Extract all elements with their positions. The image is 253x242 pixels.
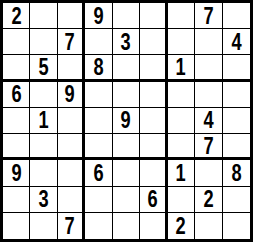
cell-r9c5[interactable] (113, 213, 140, 239)
cell-r1c4[interactable]: 9 (85, 3, 112, 29)
cell-r4c5[interactable] (113, 82, 140, 108)
cell-r2c6[interactable] (140, 29, 167, 55)
given-digit: 9 (93, 4, 103, 28)
cell-r3c3[interactable] (58, 55, 85, 81)
given-digit: 8 (231, 161, 241, 185)
cell-r3c8[interactable] (195, 55, 222, 81)
given-digit: 2 (11, 4, 21, 28)
cell-r2c8[interactable] (195, 29, 222, 55)
cell-r9c2[interactable] (30, 213, 57, 239)
cell-r5c2[interactable]: 1 (30, 108, 57, 134)
cell-r8c6[interactable]: 6 (140, 187, 167, 213)
cell-r6c7[interactable] (168, 134, 195, 160)
cell-r8c1[interactable] (3, 187, 30, 213)
given-digit: 3 (121, 30, 131, 54)
cell-r1c8[interactable]: 7 (195, 3, 222, 29)
given-digit: 9 (11, 161, 21, 185)
cell-r9c7[interactable]: 2 (168, 213, 195, 239)
given-digit: 4 (231, 30, 241, 54)
cell-r1c3[interactable] (58, 3, 85, 29)
cell-r7c6[interactable] (140, 160, 167, 186)
cell-r5c9[interactable] (223, 108, 250, 134)
cell-r6c2[interactable] (30, 134, 57, 160)
cell-r7c2[interactable] (30, 160, 57, 186)
cell-r3c2[interactable]: 5 (30, 55, 57, 81)
cell-r5c7[interactable] (168, 108, 195, 134)
sudoku-board: 297734581691947961836272 (0, 0, 253, 242)
cell-r9c6[interactable] (140, 213, 167, 239)
cell-r9c3[interactable]: 7 (58, 213, 85, 239)
cell-r4c9[interactable] (223, 82, 250, 108)
cell-r5c8[interactable]: 4 (195, 108, 222, 134)
cell-r8c2[interactable]: 3 (30, 187, 57, 213)
cell-r3c6[interactable] (140, 55, 167, 81)
cell-r6c1[interactable] (3, 134, 30, 160)
cell-r9c4[interactable] (85, 213, 112, 239)
cell-r9c1[interactable] (3, 213, 30, 239)
cell-r4c6[interactable] (140, 82, 167, 108)
given-digit: 6 (11, 82, 21, 106)
cell-r5c3[interactable] (58, 108, 85, 134)
cell-r8c3[interactable] (58, 187, 85, 213)
cell-r3c4[interactable]: 8 (85, 55, 112, 81)
cell-r4c7[interactable] (168, 82, 195, 108)
cell-r6c3[interactable] (58, 134, 85, 160)
cell-r2c5[interactable]: 3 (113, 29, 140, 55)
cell-r2c1[interactable] (3, 29, 30, 55)
cell-r1c1[interactable]: 2 (3, 3, 30, 29)
cell-r5c6[interactable] (140, 108, 167, 134)
cell-r8c4[interactable] (85, 187, 112, 213)
given-digit: 9 (65, 82, 75, 106)
cell-r2c4[interactable] (85, 29, 112, 55)
cell-r2c9[interactable]: 4 (223, 29, 250, 55)
given-digit: 7 (203, 4, 213, 28)
cell-r9c8[interactable] (195, 213, 222, 239)
cell-r1c9[interactable] (223, 3, 250, 29)
cell-r6c8[interactable]: 7 (195, 134, 222, 160)
cell-r1c6[interactable] (140, 3, 167, 29)
cell-r5c1[interactable] (3, 108, 30, 134)
given-digit: 3 (39, 187, 49, 211)
cell-r7c4[interactable]: 6 (85, 160, 112, 186)
cell-r4c2[interactable] (30, 82, 57, 108)
given-digit: 1 (176, 161, 186, 185)
given-digit: 2 (176, 214, 186, 238)
cell-r6c5[interactable] (113, 134, 140, 160)
cell-r3c1[interactable] (3, 55, 30, 81)
cell-r8c8[interactable]: 2 (195, 187, 222, 213)
cell-r1c5[interactable] (113, 3, 140, 29)
cell-r1c2[interactable] (30, 3, 57, 29)
given-digit: 6 (147, 187, 157, 211)
given-digit: 4 (203, 108, 213, 132)
given-digit: 2 (203, 187, 213, 211)
given-digit: 1 (39, 108, 49, 132)
cell-r7c7[interactable]: 1 (168, 160, 195, 186)
cell-r7c3[interactable] (58, 160, 85, 186)
cell-r4c4[interactable] (85, 82, 112, 108)
cell-r2c3[interactable]: 7 (58, 29, 85, 55)
cell-r6c6[interactable] (140, 134, 167, 160)
cell-r7c9[interactable]: 8 (223, 160, 250, 186)
given-digit: 9 (121, 108, 131, 132)
cell-r5c5[interactable]: 9 (113, 108, 140, 134)
cell-r4c3[interactable]: 9 (58, 82, 85, 108)
given-digit: 7 (203, 134, 213, 158)
cell-r5c4[interactable] (85, 108, 112, 134)
cell-r2c2[interactable] (30, 29, 57, 55)
cell-r1c7[interactable] (168, 3, 195, 29)
cell-r7c1[interactable]: 9 (3, 160, 30, 186)
cell-r3c9[interactable] (223, 55, 250, 81)
cell-r2c7[interactable] (168, 29, 195, 55)
cell-r4c1[interactable]: 6 (3, 82, 30, 108)
given-digit: 5 (39, 55, 49, 79)
given-digit: 1 (176, 55, 186, 79)
cell-r3c5[interactable] (113, 55, 140, 81)
given-digit: 8 (93, 55, 103, 79)
cell-r9c9[interactable] (223, 213, 250, 239)
cell-r8c5[interactable] (113, 187, 140, 213)
cell-r7c5[interactable] (113, 160, 140, 186)
given-digit: 6 (93, 161, 103, 185)
cell-r6c9[interactable] (223, 134, 250, 160)
cell-r6c4[interactable] (85, 134, 112, 160)
cell-r4c8[interactable] (195, 82, 222, 108)
cell-r3c7[interactable]: 1 (168, 55, 195, 81)
given-digit: 7 (65, 214, 75, 238)
cell-r8c7[interactable] (168, 187, 195, 213)
given-digit: 7 (65, 30, 75, 54)
cell-r7c8[interactable] (195, 160, 222, 186)
cell-r8c9[interactable] (223, 187, 250, 213)
